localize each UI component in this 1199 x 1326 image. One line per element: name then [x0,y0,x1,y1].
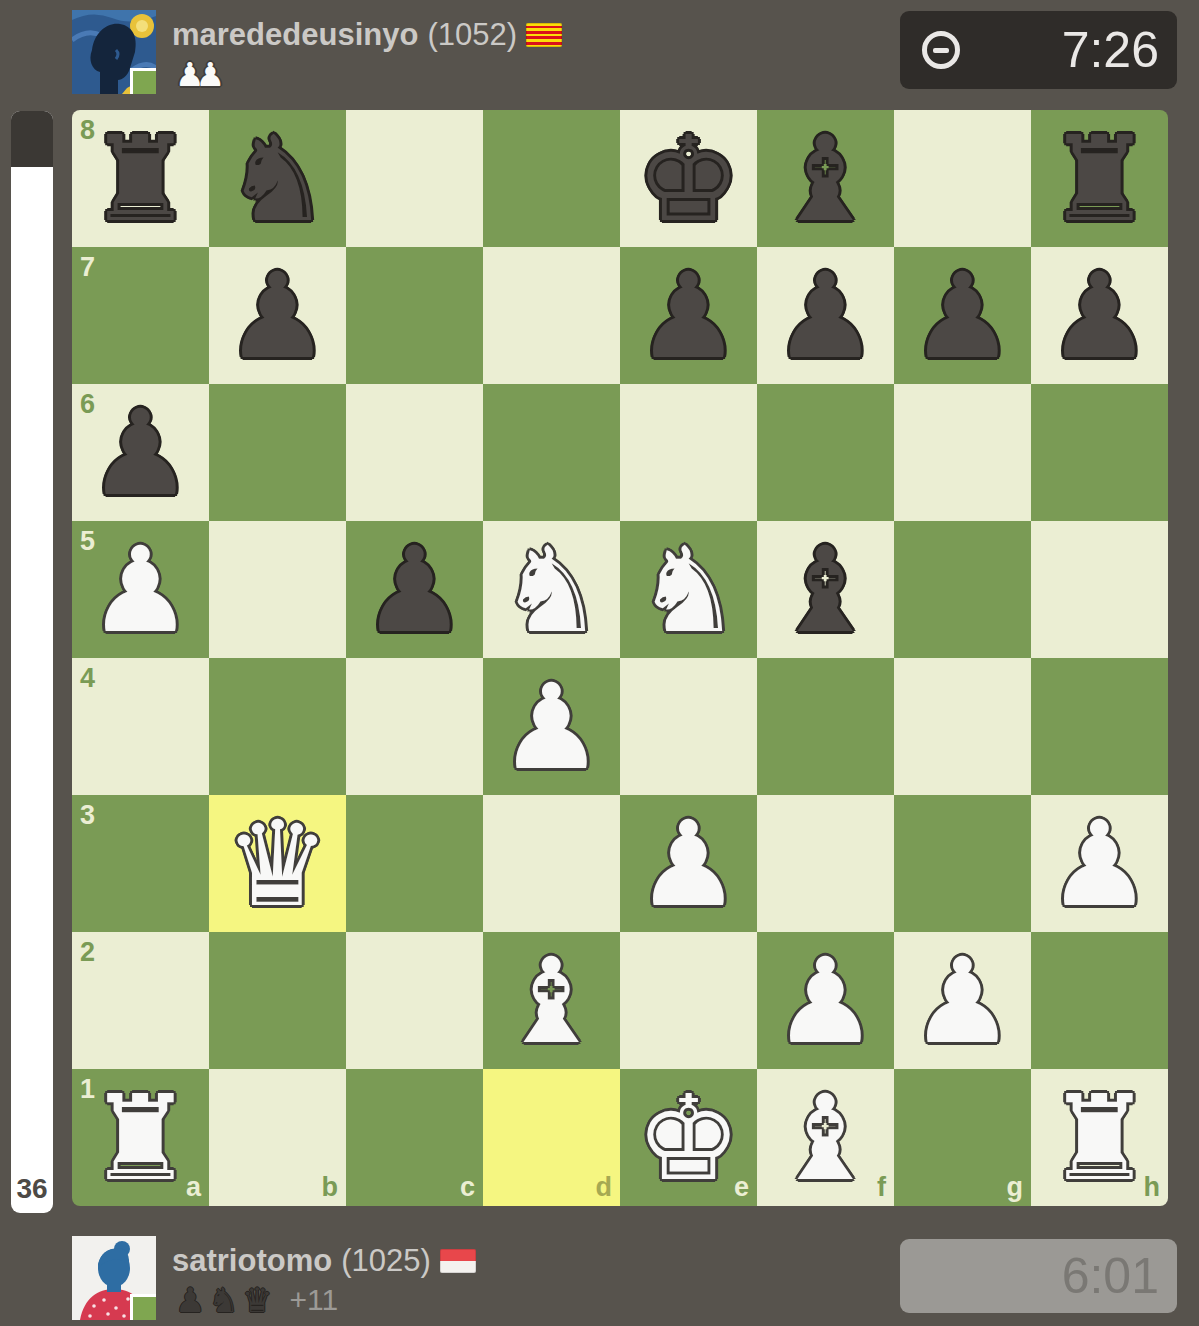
square-a6[interactable]: 6♟ [72,384,209,521]
square-e4[interactable] [620,658,757,795]
square-e2[interactable] [620,932,757,1069]
square-b7[interactable]: ♟ [209,247,346,384]
top-online-badge [130,68,156,94]
piece-black-pawn[interactable]: ♟ [620,247,757,384]
square-a5[interactable]: 5♟ [72,521,209,658]
square-g3[interactable] [894,795,1031,932]
file-label-b: b [322,1174,339,1201]
captured-black-pieces-icons: ♟♞♛ [175,1280,275,1320]
square-f7[interactable]: ♟ [757,247,894,384]
piece-white-king[interactable]: ♚ [620,1069,757,1206]
square-g7[interactable]: ♟ [894,247,1031,384]
square-a3[interactable]: 3 [72,795,209,932]
square-c7[interactable] [346,247,483,384]
square-d3[interactable] [483,795,620,932]
captured-white-pawns-icon: ♟♟ [175,55,216,94]
piece-white-pawn[interactable]: ♟ [72,521,209,658]
square-h8[interactable]: ♜ [1031,110,1168,247]
file-label-c: c [460,1174,475,1201]
square-g6[interactable] [894,384,1031,521]
square-h6[interactable] [1031,384,1168,521]
square-e6[interactable] [620,384,757,521]
bottom-captured-tray: ♟♞♛ +11 [175,1280,338,1320]
piece-white-queen[interactable]: ♛ [209,795,346,932]
square-f1[interactable]: f♝ [757,1069,894,1206]
piece-white-knight[interactable]: ♞ [620,521,757,658]
bottom-online-badge [130,1294,156,1320]
square-g8[interactable] [894,110,1031,247]
indonesia-flag-icon [440,1249,476,1273]
piece-white-rook[interactable]: ♜ [1031,1069,1168,1206]
catalonia-flag-icon [526,23,562,47]
bottom-player-username[interactable]: satriotomo [172,1243,332,1279]
piece-black-pawn[interactable]: ♟ [894,247,1031,384]
square-h7[interactable]: ♟ [1031,247,1168,384]
square-h3[interactable]: ♟ [1031,795,1168,932]
file-label-g: g [1007,1174,1024,1201]
top-player-name-line: marededeusinyo (1052) [172,17,562,53]
piece-black-pawn[interactable]: ♟ [72,384,209,521]
piece-black-pawn[interactable]: ♟ [209,247,346,384]
piece-white-pawn[interactable]: ♟ [757,932,894,1069]
top-clock-time: 7:26 [1062,21,1159,79]
piece-black-bishop[interactable]: ♝ [757,110,894,247]
square-d5[interactable]: ♞ [483,521,620,658]
rank-label-3: 3 [80,802,95,829]
file-label-d: d [596,1174,613,1201]
top-captured-tray: ♟♟ [175,55,216,94]
piece-black-rook[interactable]: ♜ [1031,110,1168,247]
piece-white-bishop[interactable]: ♝ [483,932,620,1069]
piece-black-pawn[interactable]: ♟ [346,521,483,658]
square-e1[interactable]: e♚ [620,1069,757,1206]
square-d6[interactable] [483,384,620,521]
evaluation-bar: 36 [11,111,53,1213]
square-a7[interactable]: 7 [72,247,209,384]
piece-white-pawn[interactable]: ♟ [1031,795,1168,932]
evaluation-bar-black-portion [11,111,53,167]
square-d2[interactable]: ♝ [483,932,620,1069]
square-f2[interactable]: ♟ [757,932,894,1069]
square-f3[interactable] [757,795,894,932]
rank-label-2: 2 [80,939,95,966]
top-player-rating: (1052) [427,17,517,53]
square-g5[interactable] [894,521,1031,658]
square-b6[interactable] [209,384,346,521]
square-c4[interactable] [346,658,483,795]
square-b3[interactable]: ♛ [209,795,346,932]
square-d7[interactable] [483,247,620,384]
square-d4[interactable]: ♟ [483,658,620,795]
square-e8[interactable]: ♚ [620,110,757,247]
chess-board[interactable]: 8♜♞♚♝♜7♟♟♟♟♟6♟5♟♟♞♞♝4♟3♛♟♟2♝♟♟1a♜bcde♚f♝… [72,110,1168,1206]
piece-black-knight[interactable]: ♞ [209,110,346,247]
square-e5[interactable]: ♞ [620,521,757,658]
square-b1[interactable]: b [209,1069,346,1206]
square-a2[interactable]: 2 [72,932,209,1069]
top-player-username[interactable]: marededeusinyo [172,17,418,53]
bottom-player-clock: 6:01 [900,1239,1177,1313]
square-h4[interactable] [1031,658,1168,795]
piece-white-bishop[interactable]: ♝ [757,1069,894,1206]
square-b4[interactable] [209,658,346,795]
piece-white-knight[interactable]: ♞ [483,521,620,658]
bottom-clock-time: 6:01 [1062,1247,1159,1305]
square-h2[interactable] [1031,932,1168,1069]
bottom-player-name-line: satriotomo (1025) [172,1243,476,1279]
square-g4[interactable] [894,658,1031,795]
square-c1[interactable]: c [346,1069,483,1206]
square-f6[interactable] [757,384,894,521]
square-d8[interactable] [483,110,620,247]
square-a1[interactable]: 1a♜ [72,1069,209,1206]
square-a8[interactable]: 8♜ [72,110,209,247]
piece-black-pawn[interactable]: ♟ [757,247,894,384]
top-player-clock: 7:26 [900,11,1177,89]
square-g2[interactable]: ♟ [894,932,1031,1069]
rank-label-4: 4 [80,665,95,692]
square-f8[interactable]: ♝ [757,110,894,247]
evaluation-value: 36 [11,1173,53,1205]
square-b8[interactable]: ♞ [209,110,346,247]
square-c3[interactable] [346,795,483,932]
square-b2[interactable] [209,932,346,1069]
piece-black-king[interactable]: ♚ [620,110,757,247]
piece-white-pawn[interactable]: ♟ [620,795,757,932]
bottom-player-rating: (1025) [341,1243,431,1279]
square-a4[interactable]: 4 [72,658,209,795]
piece-black-bishop[interactable]: ♝ [757,521,894,658]
piece-white-rook[interactable]: ♜ [72,1069,209,1206]
square-c6[interactable] [346,384,483,521]
square-e3[interactable]: ♟ [620,795,757,932]
square-c5[interactable]: ♟ [346,521,483,658]
square-f4[interactable] [757,658,894,795]
square-h1[interactable]: h♜ [1031,1069,1168,1206]
square-c8[interactable] [346,110,483,247]
rank-label-7: 7 [80,254,95,281]
square-c2[interactable] [346,932,483,1069]
square-g1[interactable]: g [894,1069,1031,1206]
square-h5[interactable] [1031,521,1168,658]
clock-paused-icon [922,31,960,69]
square-b5[interactable] [209,521,346,658]
piece-black-pawn[interactable]: ♟ [1031,247,1168,384]
material-advantage: +11 [289,1283,338,1317]
piece-white-pawn[interactable]: ♟ [894,932,1031,1069]
piece-white-pawn[interactable]: ♟ [483,658,620,795]
piece-black-rook[interactable]: ♜ [72,110,209,247]
square-e7[interactable]: ♟ [620,247,757,384]
square-d1[interactable]: d [483,1069,620,1206]
square-f5[interactable]: ♝ [757,521,894,658]
